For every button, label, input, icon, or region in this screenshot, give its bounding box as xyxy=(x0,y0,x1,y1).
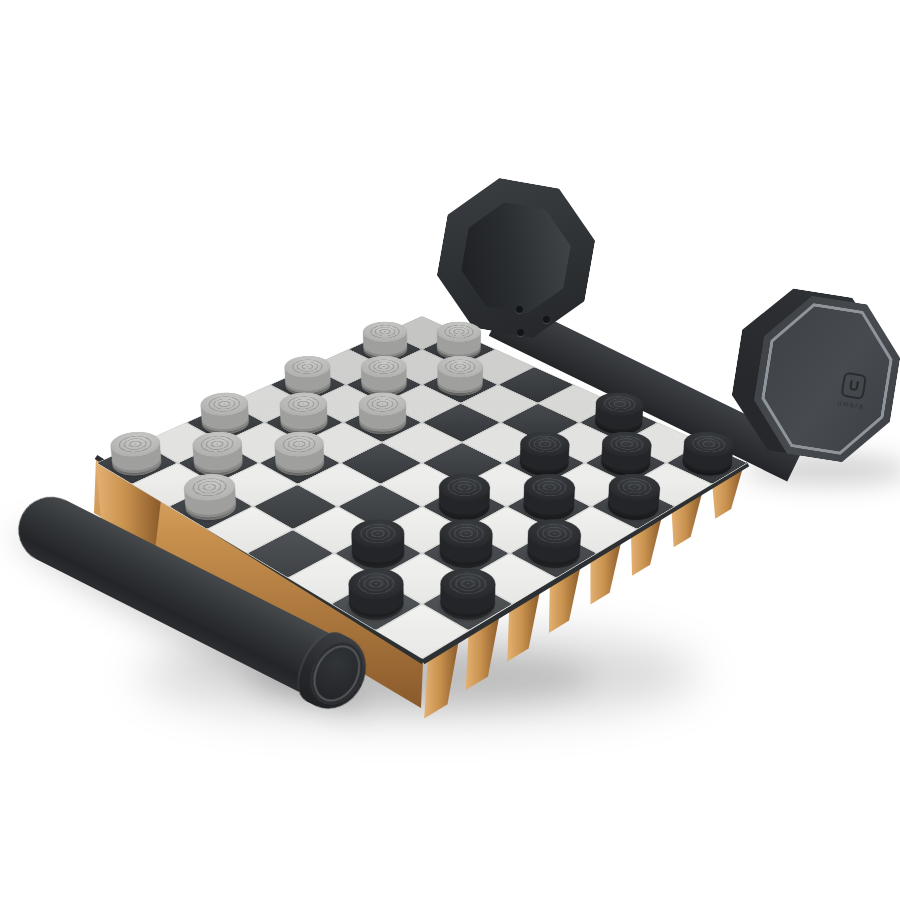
bar-rivet xyxy=(543,316,550,323)
stand-octagon-ring-opening xyxy=(456,197,577,319)
engraved-rings xyxy=(438,356,482,377)
tube-end-cap xyxy=(287,624,378,721)
tube-cap-face xyxy=(300,633,373,713)
engraved-rings xyxy=(350,569,403,599)
engraved-rings xyxy=(442,569,495,599)
engraved-rings xyxy=(521,432,568,456)
engraved-rings xyxy=(185,474,234,500)
engraved-rings xyxy=(285,356,329,377)
engraved-rings xyxy=(202,393,247,415)
engraved-rings xyxy=(441,520,492,548)
engraved-rings xyxy=(597,393,642,415)
engraved-rings xyxy=(529,520,580,548)
engraved-rings xyxy=(603,432,650,456)
engraved-rings xyxy=(440,474,489,500)
engraved-rings xyxy=(353,520,404,548)
bar-rivet xyxy=(516,306,523,313)
engraved-rings xyxy=(194,432,241,456)
engraved-rings xyxy=(276,432,323,456)
engraved-rings xyxy=(362,356,406,377)
product-scene: U umbra xyxy=(0,0,900,900)
brand-logo-icon: U xyxy=(841,372,868,400)
engraved-rings xyxy=(360,393,405,415)
brand-logo: U umbra xyxy=(829,370,878,411)
stand-octagon-ring xyxy=(429,170,603,346)
engraved-rings xyxy=(281,393,326,415)
engraved-rings xyxy=(685,432,732,456)
bar-rivet xyxy=(517,329,524,336)
engraved-rings xyxy=(610,474,659,500)
engraved-rings xyxy=(438,322,480,341)
engraved-rings xyxy=(364,322,406,341)
engraved-rings xyxy=(525,474,574,500)
